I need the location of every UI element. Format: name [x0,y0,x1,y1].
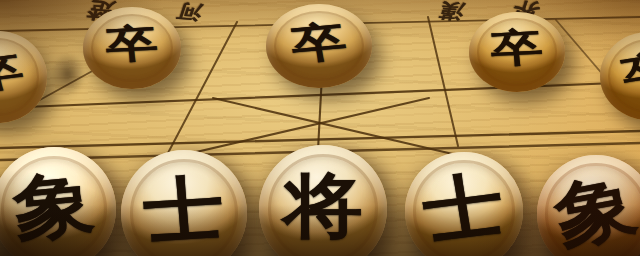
piece-character: 象 [10,167,98,244]
piece-character: 士 [141,172,226,247]
piece-character: 卒 [104,23,160,64]
xiangqi-photo: 楚 河 漢 界 卒 卒 卒 卒 卒 象 士 将 士 象 [0,0,640,256]
soldier-cast-shadow [50,52,86,96]
piece-black-soldier-file-c[interactable]: 卒 [83,7,181,89]
piece-character: 象 [548,169,640,252]
piece-character: 卒 [489,27,545,68]
piece-black-soldier-file-g[interactable]: 卒 [469,12,565,92]
piece-character: 卒 [288,19,349,64]
piece-character: 士 [418,168,508,248]
piece-black-soldier-file-e[interactable]: 卒 [266,4,372,88]
piece-character: 将 [283,170,363,240]
